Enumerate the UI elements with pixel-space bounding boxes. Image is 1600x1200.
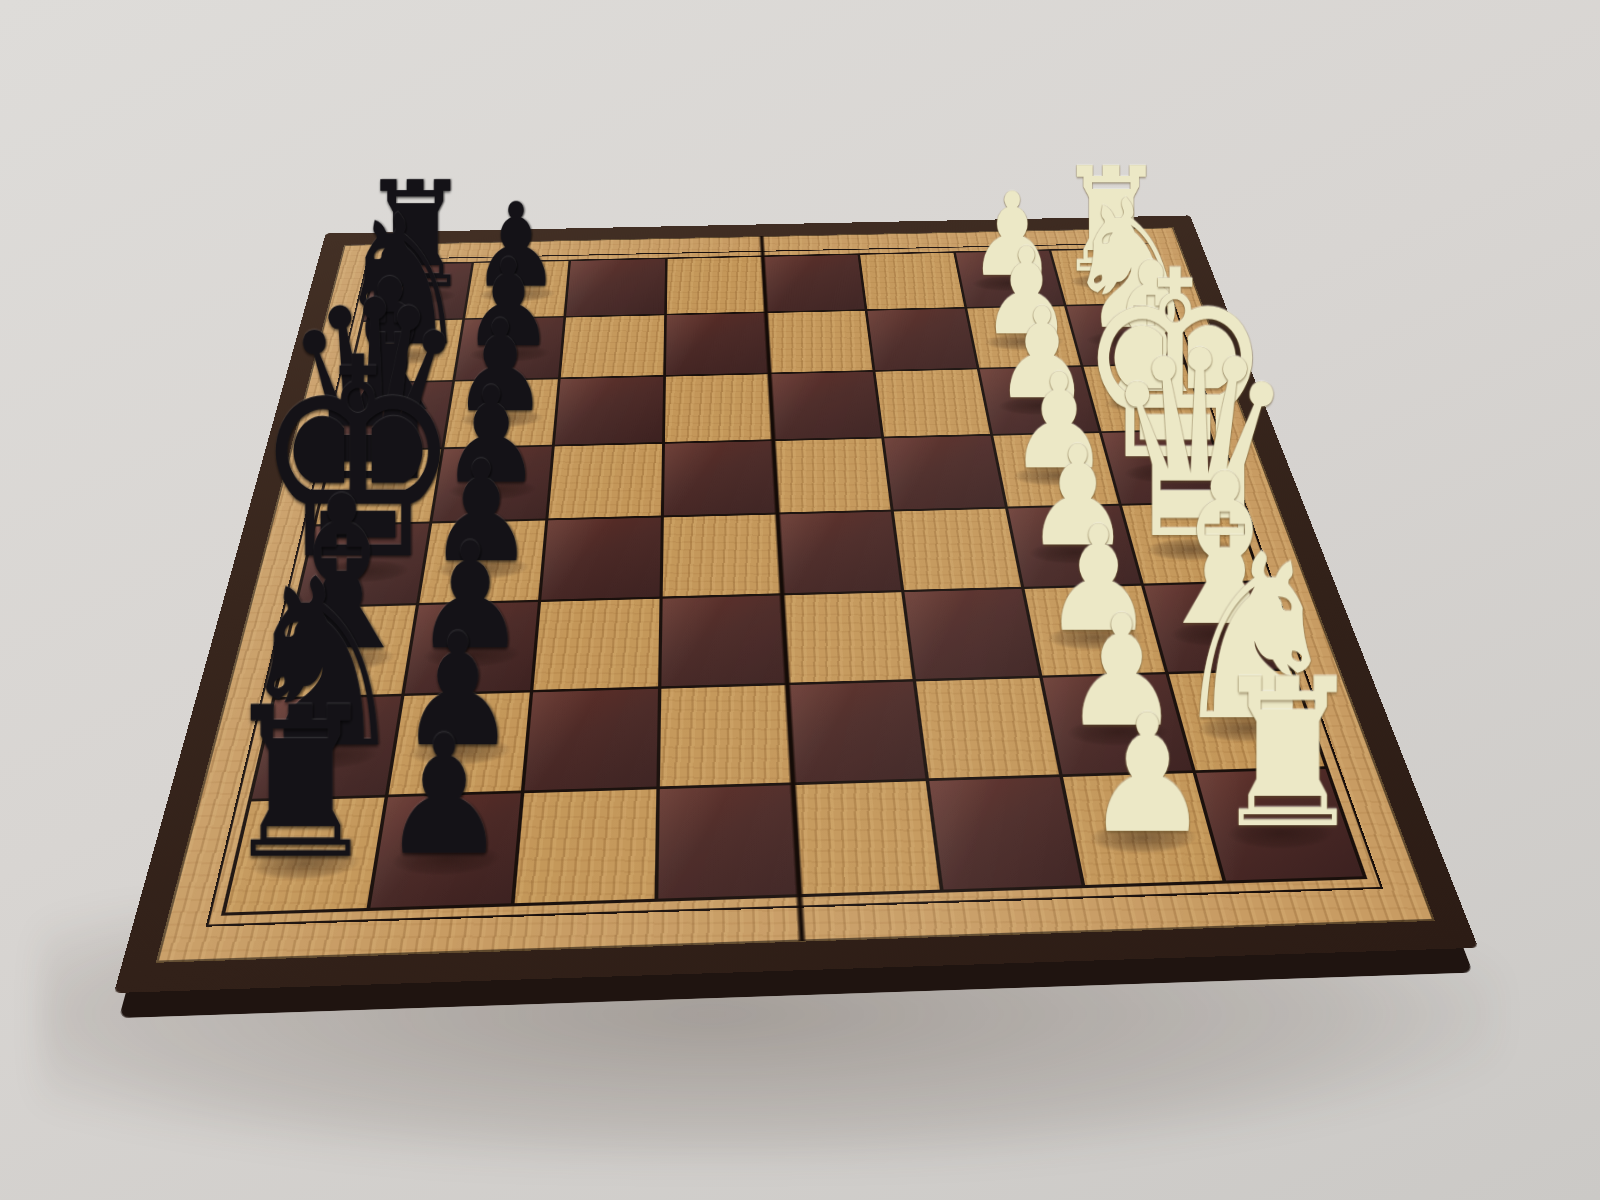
square-g4	[767, 311, 872, 373]
square-g3	[867, 309, 976, 370]
square-e3	[884, 436, 1005, 510]
square-e6	[548, 444, 662, 519]
square-b3	[916, 678, 1059, 778]
square-e4	[775, 438, 891, 512]
square-b4	[789, 682, 925, 783]
square-d6	[541, 518, 661, 600]
piece-white-rook: ♜	[1210, 652, 1366, 857]
square-f4	[771, 372, 881, 439]
square-a7: ♟	[370, 793, 520, 907]
board-frame: ♜♟♟♜♞♟♟♞♝♟♟♝♛♟♟♚♚♟♟♛♝♟♟♝♞♟♟♞♜♟♟♜	[114, 215, 1478, 993]
square-g6	[561, 315, 664, 377]
square-f3	[875, 369, 990, 436]
square-d3	[894, 509, 1021, 590]
square-a2: ♟	[1063, 773, 1222, 885]
square-e5	[664, 441, 776, 515]
square-c6	[533, 599, 659, 690]
square-c5	[661, 595, 785, 686]
square-h3	[860, 253, 964, 309]
square-a4	[795, 781, 940, 894]
chess-board: ♜♟♟♜♞♟♟♞♝♟♟♝♛♟♟♚♚♟♟♛♝♟♟♝♞♟♟♞♜♟♟♜	[114, 215, 1478, 993]
square-a6	[515, 789, 657, 903]
square-c4	[784, 592, 913, 682]
square-a3	[929, 777, 1081, 889]
square-d5	[663, 515, 781, 597]
square-f6	[555, 377, 663, 445]
square-c3	[904, 589, 1039, 679]
square-d4	[779, 512, 901, 594]
square-f5	[665, 374, 772, 442]
photo-scene: ♜♟♟♜♞♟♟♞♝♟♟♝♛♟♟♚♚♟♟♛♝♟♟♝♞♟♟♞♜♟♟♜	[0, 0, 1600, 1200]
piece-black-rook: ♜	[221, 680, 379, 888]
square-a1: ♜	[1196, 769, 1363, 880]
piece-black-pawn: ♟	[381, 714, 507, 879]
square-b6	[525, 689, 658, 791]
square-g5	[666, 313, 768, 375]
square-b5	[660, 685, 791, 786]
square-h5	[667, 257, 765, 314]
square-a5	[658, 785, 797, 898]
square-h4	[764, 255, 865, 312]
square-a8: ♜	[225, 797, 384, 912]
piece-white-pawn: ♟	[1085, 693, 1209, 856]
square-h6	[566, 259, 665, 316]
